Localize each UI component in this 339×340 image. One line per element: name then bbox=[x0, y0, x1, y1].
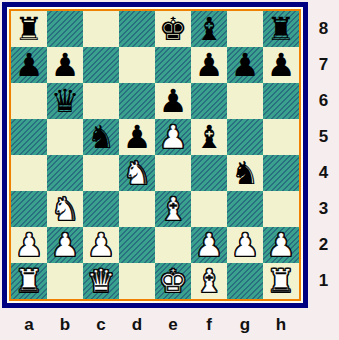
square-g5[interactable] bbox=[227, 119, 263, 155]
square-e5[interactable]: ♟ bbox=[155, 119, 191, 155]
square-f6[interactable] bbox=[191, 83, 227, 119]
square-a8[interactable]: ♜ bbox=[11, 11, 47, 47]
rank-label-2: 2 bbox=[308, 227, 339, 263]
white-knight-piece: ♞ bbox=[123, 155, 152, 191]
square-a6[interactable] bbox=[11, 83, 47, 119]
square-f4[interactable] bbox=[191, 155, 227, 191]
white-bishop-piece: ♝ bbox=[195, 263, 224, 299]
square-d7[interactable] bbox=[119, 47, 155, 83]
square-b6[interactable]: ♛ bbox=[47, 83, 83, 119]
square-f8[interactable]: ♝ bbox=[191, 11, 227, 47]
white-queen-piece: ♛ bbox=[87, 263, 116, 299]
rank-label-3: 3 bbox=[308, 191, 339, 227]
white-pawn-piece: ♟ bbox=[195, 227, 224, 263]
square-f3[interactable] bbox=[191, 191, 227, 227]
square-d5[interactable]: ♟ bbox=[119, 119, 155, 155]
white-pawn-piece: ♟ bbox=[15, 227, 44, 263]
rank-label-1: 1 bbox=[308, 263, 339, 299]
white-rook-piece: ♜ bbox=[15, 263, 44, 299]
square-a2[interactable]: ♟ bbox=[11, 227, 47, 263]
square-a1[interactable]: ♜ bbox=[11, 263, 47, 299]
square-f2[interactable]: ♟ bbox=[191, 227, 227, 263]
square-b2[interactable]: ♟ bbox=[47, 227, 83, 263]
file-label-h: h bbox=[263, 310, 299, 340]
square-d2[interactable] bbox=[119, 227, 155, 263]
square-h8[interactable]: ♜ bbox=[263, 11, 299, 47]
rank-label-7: 7 bbox=[308, 47, 339, 83]
black-pawn-piece: ♟ bbox=[195, 47, 224, 83]
square-e1[interactable]: ♚ bbox=[155, 263, 191, 299]
square-c7[interactable] bbox=[83, 47, 119, 83]
black-pawn-piece: ♟ bbox=[123, 119, 152, 155]
square-g6[interactable] bbox=[227, 83, 263, 119]
board-outer-border: ♜♚♝♜♟♟♟♟♟♛♟♞♟♟♝♞♞♞♝♟♟♟♟♟♟♜♛♚♝♜ bbox=[2, 2, 308, 308]
square-g8[interactable] bbox=[227, 11, 263, 47]
square-h5[interactable] bbox=[263, 119, 299, 155]
white-king-piece: ♚ bbox=[159, 263, 188, 299]
black-pawn-piece: ♟ bbox=[51, 47, 80, 83]
white-pawn-piece: ♟ bbox=[267, 227, 296, 263]
square-c3[interactable] bbox=[83, 191, 119, 227]
square-g1[interactable] bbox=[227, 263, 263, 299]
square-h2[interactable]: ♟ bbox=[263, 227, 299, 263]
square-b7[interactable]: ♟ bbox=[47, 47, 83, 83]
white-knight-piece: ♞ bbox=[51, 191, 80, 227]
rank-labels: 87654321 bbox=[308, 11, 339, 299]
file-labels: abcdefgh bbox=[11, 310, 299, 340]
square-a7[interactable]: ♟ bbox=[11, 47, 47, 83]
square-b4[interactable] bbox=[47, 155, 83, 191]
square-e3[interactable]: ♝ bbox=[155, 191, 191, 227]
rank-label-8: 8 bbox=[308, 11, 339, 47]
square-g2[interactable]: ♟ bbox=[227, 227, 263, 263]
square-b1[interactable] bbox=[47, 263, 83, 299]
rank-label-6: 6 bbox=[308, 83, 339, 119]
black-bishop-piece: ♝ bbox=[195, 11, 224, 47]
file-label-f: f bbox=[191, 310, 227, 340]
file-label-e: e bbox=[155, 310, 191, 340]
square-d1[interactable] bbox=[119, 263, 155, 299]
square-b5[interactable] bbox=[47, 119, 83, 155]
chess-board[interactable]: ♜♚♝♜♟♟♟♟♟♛♟♞♟♟♝♞♞♞♝♟♟♟♟♟♟♜♛♚♝♜ bbox=[11, 11, 299, 299]
black-bishop-piece: ♝ bbox=[195, 119, 224, 155]
square-f7[interactable]: ♟ bbox=[191, 47, 227, 83]
square-g3[interactable] bbox=[227, 191, 263, 227]
square-c1[interactable]: ♛ bbox=[83, 263, 119, 299]
square-h1[interactable]: ♜ bbox=[263, 263, 299, 299]
square-c2[interactable]: ♟ bbox=[83, 227, 119, 263]
black-pawn-piece: ♟ bbox=[15, 47, 44, 83]
white-pawn-piece: ♟ bbox=[87, 227, 116, 263]
square-h6[interactable] bbox=[263, 83, 299, 119]
square-c5[interactable]: ♞ bbox=[83, 119, 119, 155]
board-inner-border: ♜♚♝♜♟♟♟♟♟♛♟♞♟♟♝♞♞♞♝♟♟♟♟♟♟♜♛♚♝♜ bbox=[7, 7, 303, 303]
square-f1[interactable]: ♝ bbox=[191, 263, 227, 299]
white-pawn-piece: ♟ bbox=[231, 227, 260, 263]
square-a3[interactable] bbox=[11, 191, 47, 227]
square-g4[interactable]: ♞ bbox=[227, 155, 263, 191]
black-rook-piece: ♜ bbox=[15, 11, 44, 47]
square-h7[interactable]: ♟ bbox=[263, 47, 299, 83]
black-pawn-piece: ♟ bbox=[159, 83, 188, 119]
square-a5[interactable] bbox=[11, 119, 47, 155]
white-pawn-piece: ♟ bbox=[51, 227, 80, 263]
black-king-piece: ♚ bbox=[159, 11, 188, 47]
square-e6[interactable]: ♟ bbox=[155, 83, 191, 119]
square-d8[interactable] bbox=[119, 11, 155, 47]
black-pawn-piece: ♟ bbox=[231, 47, 260, 83]
black-knight-piece: ♞ bbox=[231, 155, 260, 191]
chess-board-screenshot: ♜♚♝♜♟♟♟♟♟♛♟♞♟♟♝♞♞♞♝♟♟♟♟♟♟♜♛♚♝♜ 87654321 … bbox=[0, 0, 339, 340]
square-c6[interactable] bbox=[83, 83, 119, 119]
square-b3[interactable]: ♞ bbox=[47, 191, 83, 227]
square-d4[interactable]: ♞ bbox=[119, 155, 155, 191]
square-h3[interactable] bbox=[263, 191, 299, 227]
square-d3[interactable] bbox=[119, 191, 155, 227]
rank-label-4: 4 bbox=[308, 155, 339, 191]
square-c4[interactable] bbox=[83, 155, 119, 191]
file-label-a: a bbox=[11, 310, 47, 340]
square-e4[interactable] bbox=[155, 155, 191, 191]
rank-label-5: 5 bbox=[308, 119, 339, 155]
file-label-c: c bbox=[83, 310, 119, 340]
square-h4[interactable] bbox=[263, 155, 299, 191]
square-g7[interactable]: ♟ bbox=[227, 47, 263, 83]
square-f5[interactable]: ♝ bbox=[191, 119, 227, 155]
square-c8[interactable] bbox=[83, 11, 119, 47]
black-knight-piece: ♞ bbox=[87, 119, 116, 155]
square-e2[interactable] bbox=[155, 227, 191, 263]
square-e7[interactable] bbox=[155, 47, 191, 83]
white-bishop-piece: ♝ bbox=[159, 191, 188, 227]
file-label-d: d bbox=[119, 310, 155, 340]
black-queen-piece: ♛ bbox=[51, 83, 80, 119]
file-label-g: g bbox=[227, 310, 263, 340]
file-label-b: b bbox=[47, 310, 83, 340]
square-e8[interactable]: ♚ bbox=[155, 11, 191, 47]
white-rook-piece: ♜ bbox=[267, 263, 296, 299]
square-b8[interactable] bbox=[47, 11, 83, 47]
square-a4[interactable] bbox=[11, 155, 47, 191]
white-pawn-piece: ♟ bbox=[159, 119, 188, 155]
black-rook-piece: ♜ bbox=[267, 11, 296, 47]
square-d6[interactable] bbox=[119, 83, 155, 119]
black-pawn-piece: ♟ bbox=[267, 47, 296, 83]
board-accent-border: ♜♚♝♜♟♟♟♟♟♛♟♞♟♟♝♞♞♞♝♟♟♟♟♟♟♜♛♚♝♜ bbox=[9, 9, 301, 301]
